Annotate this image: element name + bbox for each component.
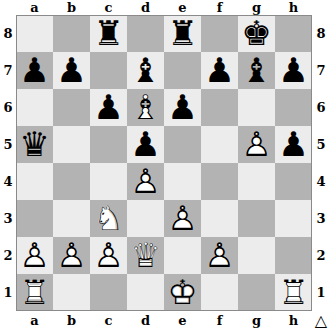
- square-e8[interactable]: ♜: [164, 15, 201, 52]
- file-label-top-d: d: [127, 0, 164, 15]
- square-e1[interactable]: ♚♔: [164, 274, 201, 311]
- square-a6[interactable]: [16, 89, 53, 126]
- white-bishop: ♗: [127, 89, 164, 126]
- black-pawn: ♟: [90, 89, 127, 126]
- black-queen: ♛: [16, 126, 53, 163]
- square-a2[interactable]: ♟♙: [16, 237, 53, 274]
- square-b6[interactable]: [53, 89, 90, 126]
- white-pawn-fill: ♟: [238, 126, 275, 163]
- board-corner-bottom-left: [0, 311, 16, 330]
- square-f4[interactable]: [201, 163, 238, 200]
- rank-label-right-6: 6: [312, 89, 330, 126]
- file-label-bottom-h: h: [275, 311, 312, 330]
- black-king: ♚: [238, 15, 275, 52]
- square-e4[interactable]: [164, 163, 201, 200]
- black-rook: ♜: [164, 15, 201, 52]
- file-label-bottom-f: f: [201, 311, 238, 330]
- square-e3[interactable]: ♟♙: [164, 200, 201, 237]
- file-label-top-e: e: [164, 0, 201, 15]
- square-g4[interactable]: [238, 163, 275, 200]
- file-label-top-h: h: [275, 0, 312, 15]
- square-a3[interactable]: [16, 200, 53, 237]
- rank-label-left-1: 1: [0, 274, 16, 311]
- square-b4[interactable]: [53, 163, 90, 200]
- square-d3[interactable]: [127, 200, 164, 237]
- rank-label-right-1: 1: [312, 274, 330, 311]
- black-rook: ♜: [90, 15, 127, 52]
- file-label-top-b: b: [53, 0, 90, 15]
- square-f1[interactable]: [201, 274, 238, 311]
- black-pawn: ♟: [53, 52, 90, 89]
- chess-diagram: abcdefgh8♜♜♚87♟♟♝♟♝♟76♟♝♗♟65♛♟♟♙♟54♟♙43♞…: [0, 0, 330, 330]
- square-g3[interactable]: [238, 200, 275, 237]
- white-queen: ♕: [127, 237, 164, 274]
- square-e2[interactable]: [164, 237, 201, 274]
- rank-label-left-4: 4: [0, 163, 16, 200]
- white-knight-fill: ♞: [90, 200, 127, 237]
- white-knight: ♘: [90, 200, 127, 237]
- square-b1[interactable]: [53, 274, 90, 311]
- square-b5[interactable]: [53, 126, 90, 163]
- square-f6[interactable]: [201, 89, 238, 126]
- square-c1[interactable]: [90, 274, 127, 311]
- file-label-top-g: g: [238, 0, 275, 15]
- square-f8[interactable]: [201, 15, 238, 52]
- square-h6[interactable]: [275, 89, 312, 126]
- white-rook: ♖: [16, 274, 53, 311]
- square-c7[interactable]: [90, 52, 127, 89]
- square-d6[interactable]: ♝♗: [127, 89, 164, 126]
- white-pawn: ♙: [238, 126, 275, 163]
- square-g5[interactable]: ♟♙: [238, 126, 275, 163]
- rank-label-right-5: 5: [312, 126, 330, 163]
- white-pawn: ♙: [53, 237, 90, 274]
- white-pawn: ♙: [90, 237, 127, 274]
- black-pawn: ♟: [201, 52, 238, 89]
- rank-label-left-6: 6: [0, 89, 16, 126]
- rank-label-right-7: 7: [312, 52, 330, 89]
- white-pawn-fill: ♟: [53, 237, 90, 274]
- file-label-top-f: f: [201, 0, 238, 15]
- rank-label-left-7: 7: [0, 52, 16, 89]
- board-corner-top-left: [0, 0, 16, 15]
- white-pawn: ♙: [16, 237, 53, 274]
- square-d8[interactable]: [127, 15, 164, 52]
- rank-label-left-8: 8: [0, 15, 16, 52]
- board-corner-top-right: [312, 0, 330, 15]
- white-rook: ♖: [275, 274, 312, 311]
- square-a4[interactable]: [16, 163, 53, 200]
- file-label-bottom-g: g: [238, 311, 275, 330]
- square-h5[interactable]: ♟: [275, 126, 312, 163]
- square-e5[interactable]: [164, 126, 201, 163]
- white-pawn-fill: ♟: [127, 163, 164, 200]
- square-f2[interactable]: ♟♙: [201, 237, 238, 274]
- white-pawn-fill: ♟: [16, 237, 53, 274]
- square-h2[interactable]: [275, 237, 312, 274]
- rank-label-right-3: 3: [312, 200, 330, 237]
- square-g6[interactable]: [238, 89, 275, 126]
- square-f7[interactable]: ♟: [201, 52, 238, 89]
- rank-label-left-3: 3: [0, 200, 16, 237]
- white-pawn: ♙: [127, 163, 164, 200]
- square-h3[interactable]: [275, 200, 312, 237]
- square-g1[interactable]: [238, 274, 275, 311]
- rank-label-right-2: 2: [312, 237, 330, 274]
- square-d5[interactable]: ♟: [127, 126, 164, 163]
- file-label-bottom-a: a: [16, 311, 53, 330]
- square-c2[interactable]: ♟♙: [90, 237, 127, 274]
- square-g2[interactable]: [238, 237, 275, 274]
- square-b3[interactable]: [53, 200, 90, 237]
- file-label-bottom-e: e: [164, 311, 201, 330]
- white-bishop-fill: ♝: [127, 89, 164, 126]
- chess-board-grid: abcdefgh8♜♜♚87♟♟♝♟♝♟76♟♝♗♟65♛♟♟♙♟54♟♙43♞…: [0, 0, 330, 330]
- white-pawn: ♙: [201, 237, 238, 274]
- square-c4[interactable]: [90, 163, 127, 200]
- file-label-top-a: a: [16, 0, 53, 15]
- square-h4[interactable]: [275, 163, 312, 200]
- square-b2[interactable]: ♟♙: [53, 237, 90, 274]
- square-h7[interactable]: ♟: [275, 52, 312, 89]
- file-label-bottom-d: d: [127, 311, 164, 330]
- file-label-bottom-c: c: [90, 311, 127, 330]
- square-g7[interactable]: ♝: [238, 52, 275, 89]
- square-g8[interactable]: ♚: [238, 15, 275, 52]
- square-a5[interactable]: ♛: [16, 126, 53, 163]
- square-a8[interactable]: [16, 15, 53, 52]
- black-pawn: ♟: [127, 126, 164, 163]
- square-c3[interactable]: ♞♘: [90, 200, 127, 237]
- white-king-fill: ♚: [164, 274, 201, 311]
- square-e7[interactable]: [164, 52, 201, 89]
- square-a7[interactable]: ♟: [16, 52, 53, 89]
- white-king: ♔: [164, 274, 201, 311]
- rank-label-right-4: 4: [312, 163, 330, 200]
- square-c8[interactable]: ♜: [90, 15, 127, 52]
- rank-label-left-2: 2: [0, 237, 16, 274]
- square-c6[interactable]: ♟: [90, 89, 127, 126]
- square-a1[interactable]: ♜♖: [16, 274, 53, 311]
- square-f5[interactable]: [201, 126, 238, 163]
- square-h8[interactable]: [275, 15, 312, 52]
- square-d2[interactable]: ♛♕: [127, 237, 164, 274]
- rank-label-left-5: 5: [0, 126, 16, 163]
- square-e6[interactable]: ♟: [164, 89, 201, 126]
- white-rook-fill: ♜: [275, 274, 312, 311]
- white-pawn-fill: ♟: [201, 237, 238, 274]
- white-rook-fill: ♜: [16, 274, 53, 311]
- square-b8[interactable]: [53, 15, 90, 52]
- rank-label-right-8: 8: [312, 15, 330, 52]
- square-d1[interactable]: [127, 274, 164, 311]
- white-queen-fill: ♛: [127, 237, 164, 274]
- black-pawn: ♟: [275, 52, 312, 89]
- black-pawn: ♟: [16, 52, 53, 89]
- square-d7[interactable]: ♝: [127, 52, 164, 89]
- file-label-bottom-b: b: [53, 311, 90, 330]
- square-h1[interactable]: ♜♖: [275, 274, 312, 311]
- square-f3[interactable]: [201, 200, 238, 237]
- white-to-move-icon: △: [315, 313, 327, 329]
- square-c5[interactable]: [90, 126, 127, 163]
- white-pawn: ♙: [164, 200, 201, 237]
- white-pawn-fill: ♟: [164, 200, 201, 237]
- white-pawn-fill: ♟: [90, 237, 127, 274]
- black-pawn: ♟: [275, 126, 312, 163]
- black-bishop: ♝: [238, 52, 275, 89]
- black-bishop: ♝: [127, 52, 164, 89]
- black-pawn: ♟: [164, 89, 201, 126]
- square-d4[interactable]: ♟♙: [127, 163, 164, 200]
- board-corner-bottom-right: △: [312, 311, 330, 330]
- square-b7[interactable]: ♟: [53, 52, 90, 89]
- file-label-top-c: c: [90, 0, 127, 15]
